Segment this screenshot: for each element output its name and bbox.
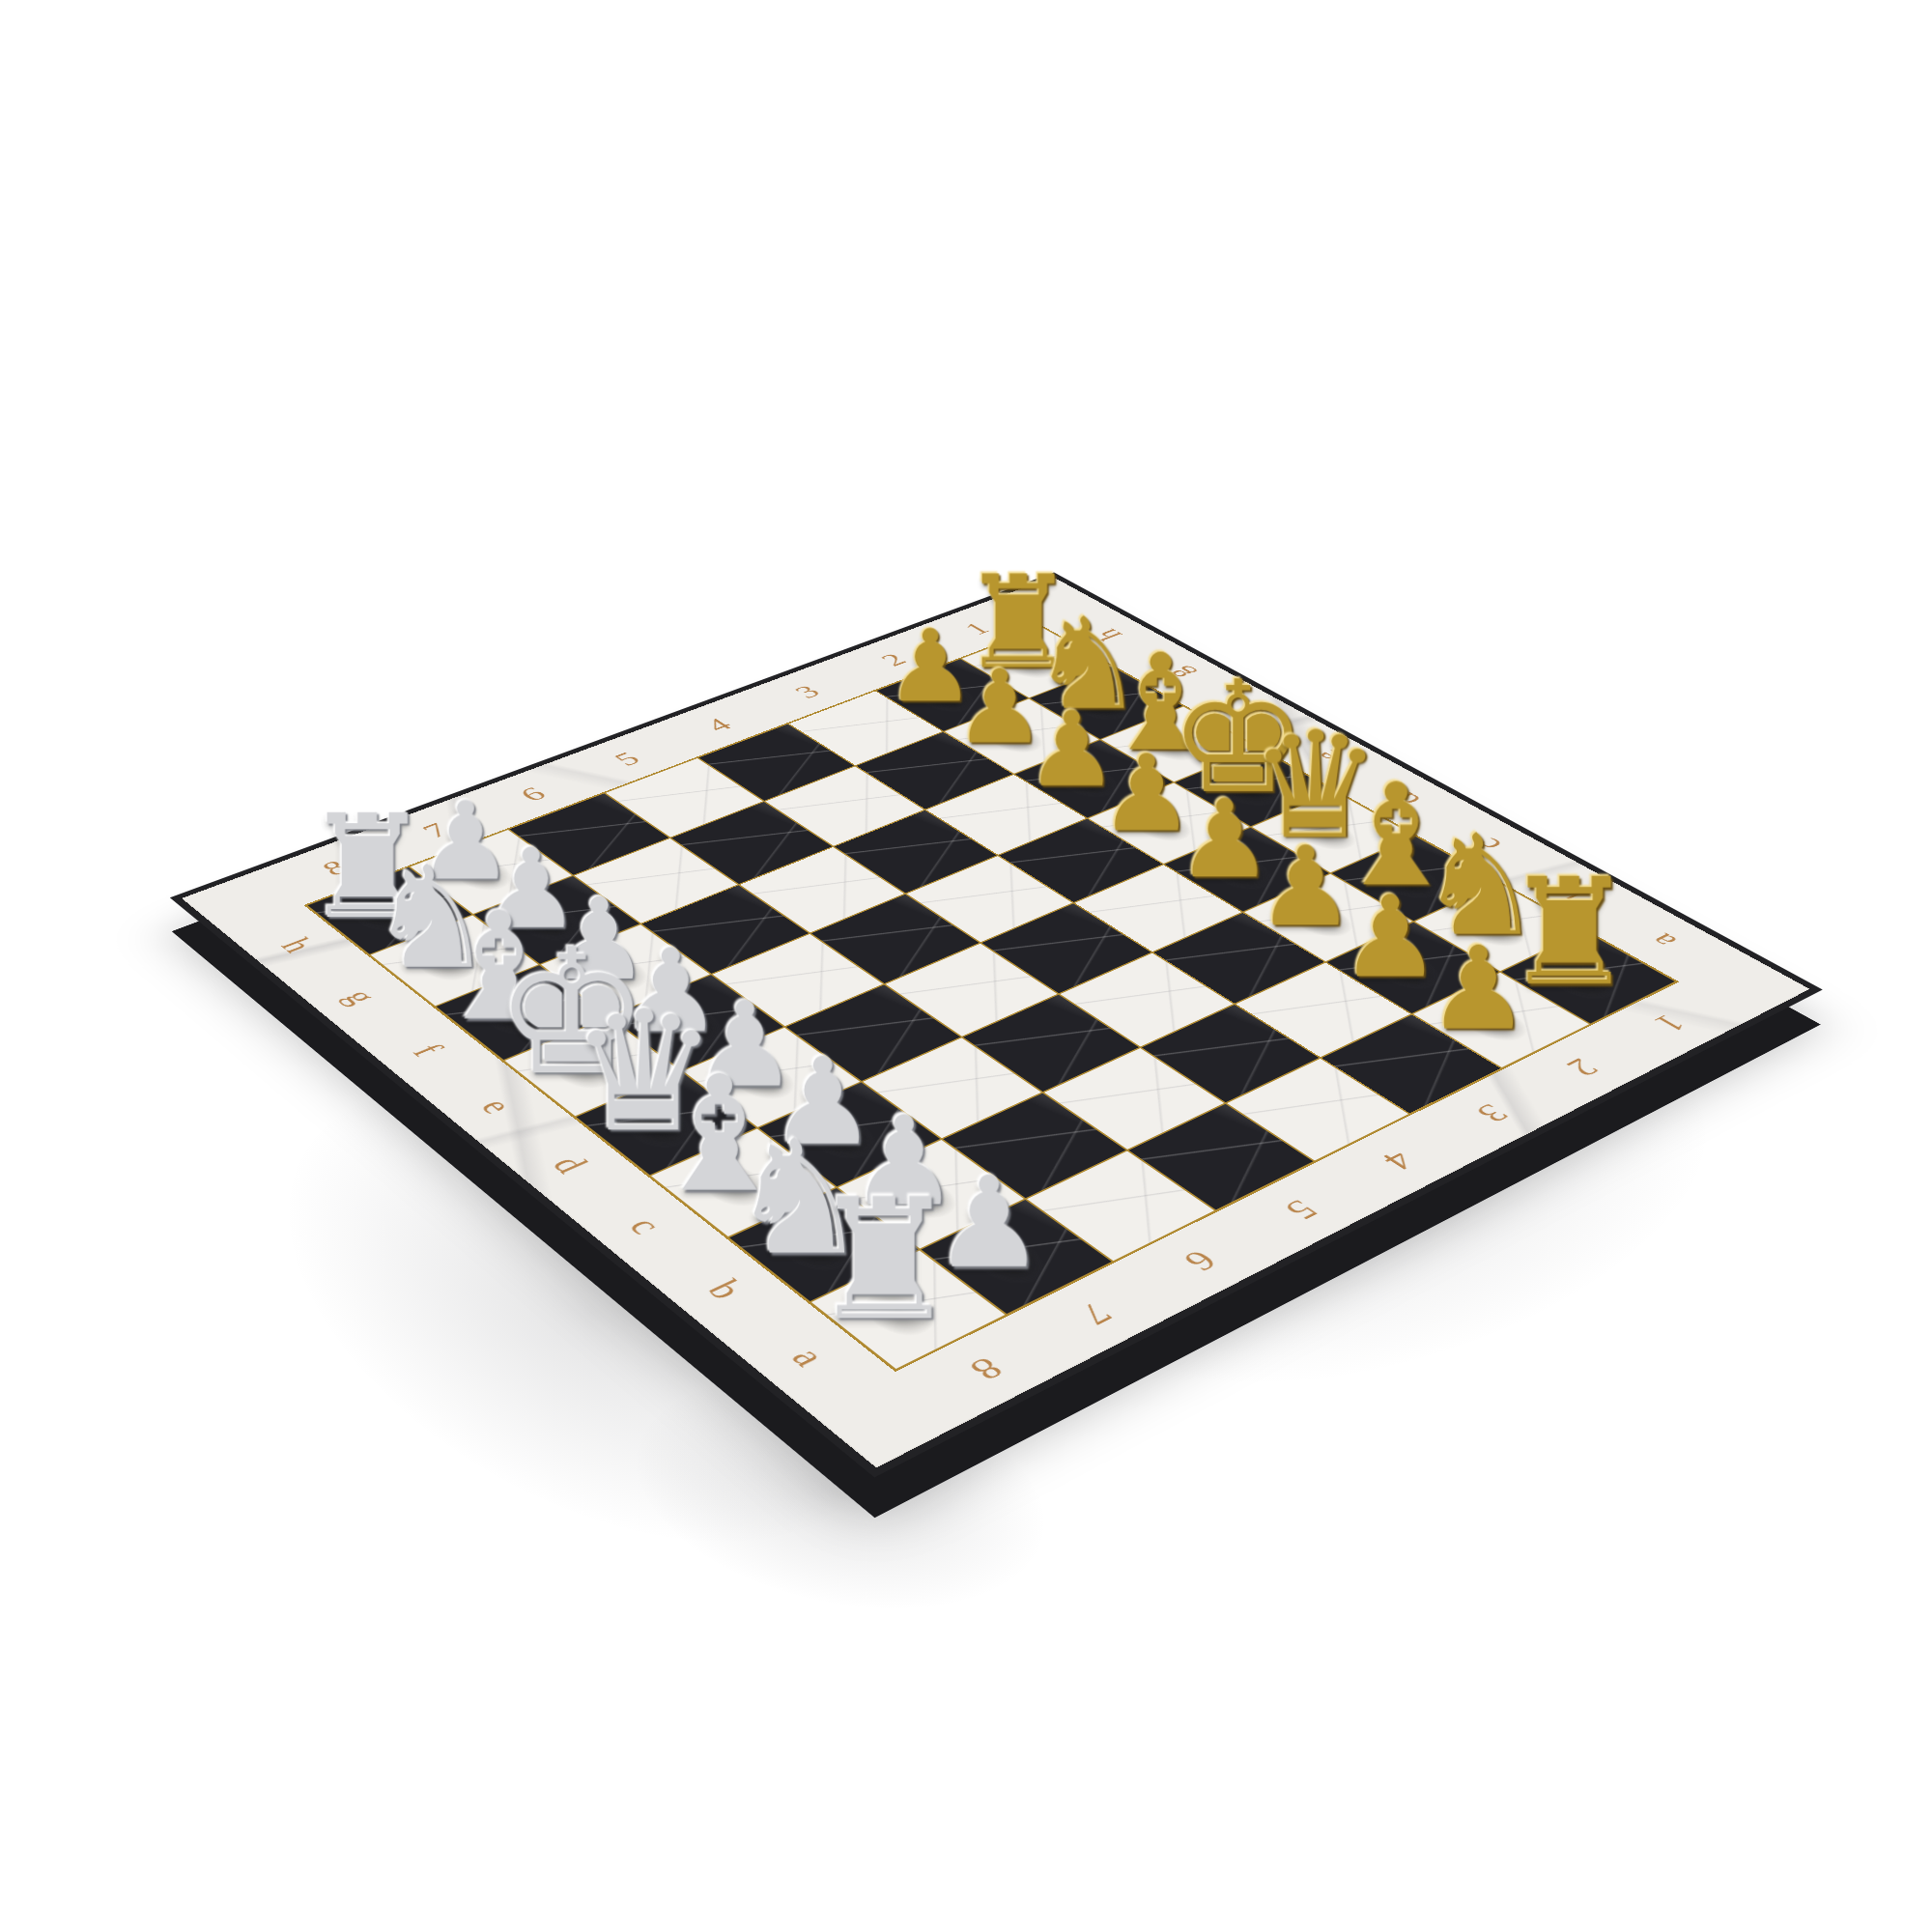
board-grid: ♜♞♝♚♛♝♞♜♟♟♟♟♟♟♟♟♟♟♟♟♟♟♟♟♜♞♝♚♛♝♞♜: [303, 626, 1679, 1372]
piece-gold-pawn-a2[interactable]: ♟: [1427, 931, 1530, 1046]
piece-gold-pawn-b2[interactable]: ♟: [1340, 881, 1441, 994]
piece-silver-rook-a8[interactable]: ♜: [810, 1176, 959, 1343]
chess-board: ♜♞♝♚♛♝♞♜♟♟♟♟♟♟♟♟♟♟♟♟♟♟♟♟♜♞♝♚♛♝♞♜ hhggffe…: [170, 572, 1823, 1477]
board-border-band: ♜♞♝♚♛♝♞♜♟♟♟♟♟♟♟♟♟♟♟♟♟♟♟♟♜♞♝♚♛♝♞♜ hhggffe…: [183, 578, 1808, 1467]
